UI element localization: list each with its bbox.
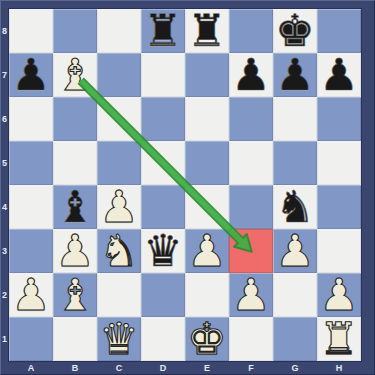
white-pawn[interactable]: ♟ — [99, 185, 138, 229]
square-b3[interactable]: ♟ — [53, 229, 97, 273]
black-rook[interactable]: ♜ — [187, 9, 226, 53]
file-label-a: A — [9, 361, 53, 375]
rank-label-7: 7 — [0, 53, 9, 97]
file-label-b: B — [53, 361, 97, 375]
white-pawn[interactable]: ♟ — [275, 229, 314, 273]
square-g5[interactable] — [273, 141, 317, 185]
square-d4[interactable] — [141, 185, 185, 229]
square-a3[interactable] — [9, 229, 53, 273]
chess-board-frame: 87654321 ABCDEFGH ♜♜♚♟♝♟♟♟♝♟♞♟♞♛♟♟♟♝♟♟♛♚… — [0, 0, 375, 375]
square-f1[interactable] — [229, 317, 273, 361]
white-pawn[interactable]: ♟ — [11, 273, 50, 317]
square-c7[interactable] — [97, 53, 141, 97]
black-king[interactable]: ♚ — [275, 9, 314, 53]
square-h7[interactable]: ♟ — [317, 53, 361, 97]
square-f4[interactable] — [229, 185, 273, 229]
black-queen[interactable]: ♛ — [143, 229, 182, 273]
rank-label-5: 5 — [0, 141, 9, 185]
square-h3[interactable] — [317, 229, 361, 273]
square-c8[interactable] — [97, 9, 141, 53]
black-pawn[interactable]: ♟ — [231, 53, 270, 97]
square-g1[interactable] — [273, 317, 317, 361]
square-e3[interactable]: ♟ — [185, 229, 229, 273]
square-g4[interactable]: ♞ — [273, 185, 317, 229]
square-g7[interactable]: ♟ — [273, 53, 317, 97]
rank-label-1: 1 — [0, 317, 9, 361]
board: ♜♜♚♟♝♟♟♟♝♟♞♟♞♛♟♟♟♝♟♟♛♚♜ — [9, 9, 361, 361]
square-g6[interactable] — [273, 97, 317, 141]
square-a6[interactable] — [9, 97, 53, 141]
white-pawn[interactable]: ♟ — [231, 273, 270, 317]
square-c1[interactable]: ♛ — [97, 317, 141, 361]
white-bishop[interactable]: ♝ — [55, 273, 94, 317]
square-e8[interactable]: ♜ — [185, 9, 229, 53]
rank-label-8: 8 — [0, 9, 9, 53]
square-a7[interactable]: ♟ — [9, 53, 53, 97]
rank-label-2: 2 — [0, 273, 9, 317]
square-a2[interactable]: ♟ — [9, 273, 53, 317]
square-h4[interactable] — [317, 185, 361, 229]
rank-labels: 87654321 — [0, 9, 9, 361]
white-pawn[interactable]: ♟ — [55, 229, 94, 273]
square-b1[interactable] — [53, 317, 97, 361]
square-h1[interactable]: ♜ — [317, 317, 361, 361]
file-label-d: D — [141, 361, 185, 375]
file-labels: ABCDEFGH — [9, 361, 361, 375]
square-e4[interactable] — [185, 185, 229, 229]
white-knight[interactable]: ♞ — [99, 229, 138, 273]
square-d5[interactable] — [141, 141, 185, 185]
rank-label-6: 6 — [0, 97, 9, 141]
rank-label-3: 3 — [0, 229, 9, 273]
square-g8[interactable]: ♚ — [273, 9, 317, 53]
black-bishop[interactable]: ♝ — [55, 185, 94, 229]
white-pawn[interactable]: ♟ — [319, 273, 358, 317]
square-a8[interactable] — [9, 9, 53, 53]
square-f5[interactable] — [229, 141, 273, 185]
square-c3[interactable]: ♞ — [97, 229, 141, 273]
square-f7[interactable]: ♟ — [229, 53, 273, 97]
square-a1[interactable] — [9, 317, 53, 361]
square-h8[interactable] — [317, 9, 361, 53]
square-h5[interactable] — [317, 141, 361, 185]
black-pawn[interactable]: ♟ — [11, 53, 50, 97]
square-c5[interactable] — [97, 141, 141, 185]
white-pawn[interactable]: ♟ — [187, 229, 226, 273]
square-f8[interactable] — [229, 9, 273, 53]
square-e5[interactable] — [185, 141, 229, 185]
square-a5[interactable] — [9, 141, 53, 185]
square-e7[interactable] — [185, 53, 229, 97]
square-g3[interactable]: ♟ — [273, 229, 317, 273]
square-b8[interactable] — [53, 9, 97, 53]
square-f6[interactable] — [229, 97, 273, 141]
square-f2[interactable]: ♟ — [229, 273, 273, 317]
square-d6[interactable] — [141, 97, 185, 141]
black-rook[interactable]: ♜ — [143, 9, 182, 53]
white-queen[interactable]: ♛ — [99, 317, 138, 361]
square-d8[interactable]: ♜ — [141, 9, 185, 53]
rank-label-4: 4 — [0, 185, 9, 229]
square-b6[interactable] — [53, 97, 97, 141]
square-c4[interactable]: ♟ — [97, 185, 141, 229]
white-king[interactable]: ♚ — [187, 317, 226, 361]
square-g2[interactable] — [273, 273, 317, 317]
square-b5[interactable] — [53, 141, 97, 185]
white-rook[interactable]: ♜ — [319, 317, 358, 361]
square-e6[interactable] — [185, 97, 229, 141]
square-b7[interactable]: ♝ — [53, 53, 97, 97]
square-b4[interactable]: ♝ — [53, 185, 97, 229]
square-d1[interactable] — [141, 317, 185, 361]
square-a4[interactable] — [9, 185, 53, 229]
square-d7[interactable] — [141, 53, 185, 97]
square-c6[interactable] — [97, 97, 141, 141]
square-d2[interactable] — [141, 273, 185, 317]
square-e2[interactable] — [185, 273, 229, 317]
square-h2[interactable]: ♟ — [317, 273, 361, 317]
file-label-f: F — [229, 361, 273, 375]
square-f3[interactable] — [229, 229, 273, 273]
square-h6[interactable] — [317, 97, 361, 141]
white-bishop[interactable]: ♝ — [55, 53, 94, 97]
square-d3[interactable]: ♛ — [141, 229, 185, 273]
file-label-g: G — [273, 361, 317, 375]
black-knight[interactable]: ♞ — [275, 185, 314, 229]
square-e1[interactable]: ♚ — [185, 317, 229, 361]
black-pawn[interactable]: ♟ — [275, 53, 314, 97]
square-c2[interactable] — [97, 273, 141, 317]
black-pawn[interactable]: ♟ — [319, 53, 358, 97]
square-b2[interactable]: ♝ — [53, 273, 97, 317]
